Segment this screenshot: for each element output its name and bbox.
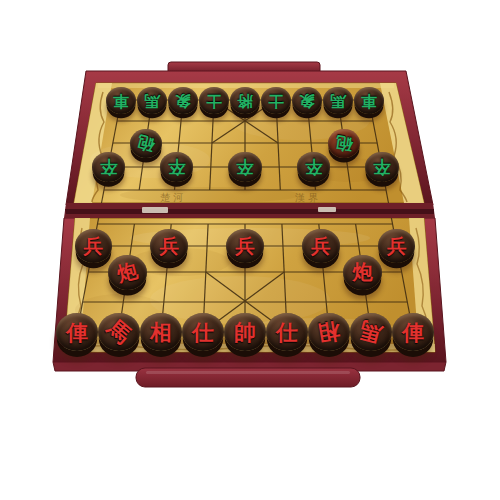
piece-character: 卒 [228,152,262,182]
piece-character: 士 [199,87,229,114]
piece-character: 象 [168,87,198,114]
piece-green-砲-file1-rank8[interactable]: 砲 [130,129,162,158]
piece-character: 帥 [224,313,266,351]
piece-character: 象 [292,87,322,114]
piece-character: 馬 [91,304,147,360]
pieces-layer: 車馬象士將士象馬車砲砲卒卒卒卒卒兵兵兵兵兵炮炮俥馬相仕帥仕相馬俥 [0,0,500,500]
piece-red-兵-file8-rank4[interactable]: 兵 [378,229,416,263]
piece-character: 兵 [302,229,340,263]
piece-character: 兵 [226,229,264,263]
piece-red-相-file6-rank1[interactable]: 相 [308,313,350,351]
piece-green-士-file5-rank10[interactable]: 士 [261,87,291,114]
piece-green-卒-file6-rank7[interactable]: 卒 [297,152,331,182]
piece-red-兵-file4-rank4[interactable]: 兵 [226,229,264,263]
piece-red-兵-file0-rank4[interactable]: 兵 [75,229,113,263]
piece-green-象-file2-rank10[interactable]: 象 [168,87,198,114]
piece-character: 兵 [150,229,188,263]
piece-red-馬-file1-rank1[interactable]: 馬 [98,313,140,351]
piece-green-士-file3-rank10[interactable]: 士 [199,87,229,114]
xiangqi-set-photo: 楚河漢界 車馬象士將士象馬車砲砲卒卒卒卒卒兵兵兵兵兵炮炮俥馬相仕帥仕相馬俥 [0,0,500,500]
piece-red-相-file2-rank1[interactable]: 相 [140,313,182,351]
piece-character: 將 [230,87,260,114]
piece-character: 相 [305,310,353,355]
piece-character: 士 [261,87,291,114]
piece-red-兵-file2-rank4[interactable]: 兵 [150,229,188,263]
piece-character: 馬 [137,87,167,114]
piece-character: 卒 [365,152,399,182]
piece-red-帥-file4-rank1[interactable]: 帥 [224,313,266,351]
piece-character: 卒 [160,152,194,182]
piece-character: 卒 [92,152,126,182]
piece-green-象-file6-rank10[interactable]: 象 [292,87,322,114]
piece-character: 砲 [326,126,362,159]
piece-red-炮-file1-rank3[interactable]: 炮 [108,255,147,290]
piece-character: 車 [106,87,136,114]
piece-green-卒-file2-rank7[interactable]: 卒 [160,152,194,182]
piece-character: 相 [140,313,182,351]
piece-green-馬-file7-rank10[interactable]: 馬 [323,87,353,114]
piece-red-仕-file3-rank1[interactable]: 仕 [182,313,224,351]
piece-green-卒-file8-rank7[interactable]: 卒 [365,152,399,182]
piece-green-車-file8-rank10[interactable]: 車 [354,87,384,114]
piece-red-俥-file8-rank1[interactable]: 俥 [392,313,434,351]
piece-red-兵-file6-rank4[interactable]: 兵 [302,229,340,263]
piece-green-砲-file7-rank8[interactable]: 砲 [328,129,360,158]
piece-character: 仕 [182,313,224,351]
piece-red-馬-file7-rank1[interactable]: 馬 [350,313,392,351]
piece-green-馬-file1-rank10[interactable]: 馬 [137,87,167,114]
piece-character: 兵 [75,229,113,263]
piece-green-卒-file0-rank7[interactable]: 卒 [92,152,126,182]
piece-character: 馬 [346,308,396,355]
piece-character: 車 [354,87,384,114]
piece-red-仕-file5-rank1[interactable]: 仕 [266,313,308,351]
piece-character: 炮 [343,255,382,290]
piece-character: 仕 [266,313,308,351]
piece-red-炮-file7-rank3[interactable]: 炮 [343,255,382,290]
piece-character: 俥 [392,313,434,351]
piece-character: 馬 [323,87,353,114]
piece-character: 兵 [378,229,416,263]
piece-green-車-file0-rank10[interactable]: 車 [106,87,136,114]
piece-character: 卒 [297,152,331,182]
piece-green-將-file4-rank10[interactable]: 將 [230,87,260,114]
piece-green-卒-file4-rank7[interactable]: 卒 [228,152,262,182]
